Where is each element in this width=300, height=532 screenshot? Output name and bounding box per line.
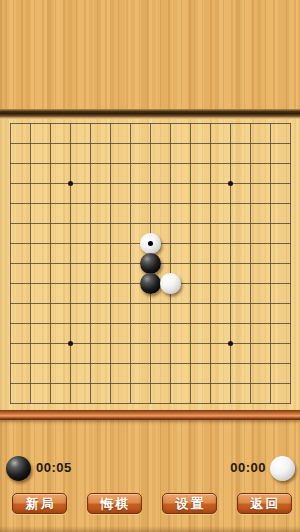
board-top-shadow <box>0 109 300 119</box>
back-button[interactable]: 返回 <box>237 493 292 514</box>
star-point <box>228 181 233 186</box>
stone-white <box>160 273 181 294</box>
settings-button[interactable]: 设置 <box>162 493 217 514</box>
board-bottom-edge <box>0 410 300 420</box>
stone-black <box>140 273 161 294</box>
board-grid[interactable] <box>10 123 291 404</box>
stone-black <box>140 253 161 274</box>
stone-white <box>140 233 161 254</box>
black-timer: 00:05 <box>36 460 72 475</box>
black-stone-icon <box>6 456 31 481</box>
new-game-button[interactable]: 新局 <box>12 493 67 514</box>
last-move-marker <box>148 241 153 246</box>
star-point <box>68 341 73 346</box>
white-stone-icon <box>270 456 295 481</box>
undo-button[interactable]: 悔棋 <box>87 493 142 514</box>
star-point <box>228 341 233 346</box>
gomoku-app-screen: 00:05 00:00 新局 悔棋 设置 返回 <box>0 0 300 532</box>
white-timer: 00:00 <box>200 460 266 475</box>
star-point <box>68 181 73 186</box>
bottom-screen-shadow <box>0 526 300 532</box>
